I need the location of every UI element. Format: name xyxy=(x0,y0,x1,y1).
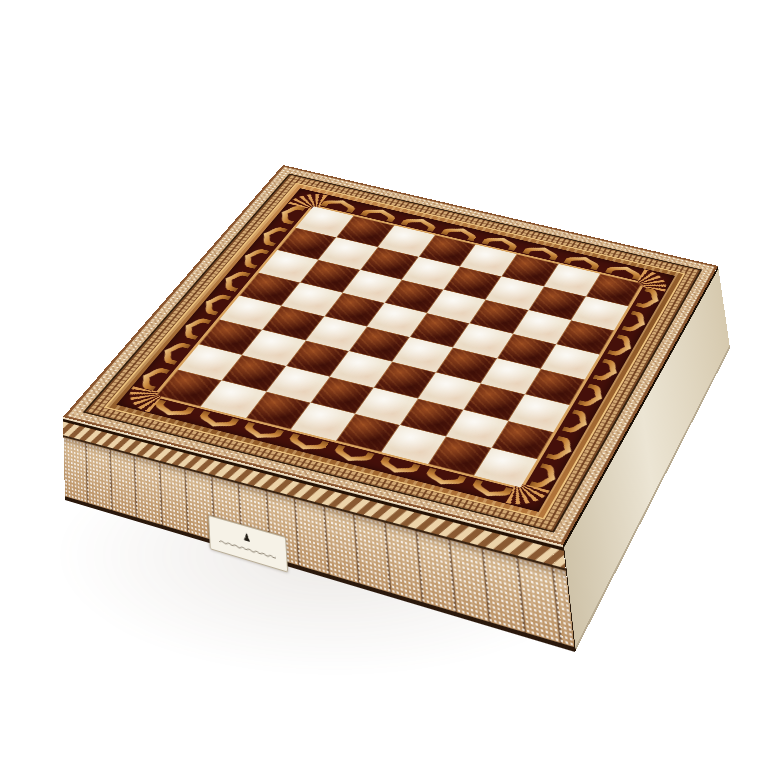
chess-box-photo: ♟ xyxy=(0,0,760,760)
board-grid xyxy=(156,206,641,487)
inner-gold-frame xyxy=(152,205,645,490)
